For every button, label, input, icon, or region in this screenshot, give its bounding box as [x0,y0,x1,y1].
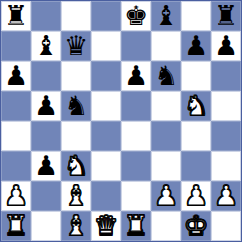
square-a2[interactable]: ♟ [1,181,31,211]
square-b2[interactable] [31,181,61,211]
square-a4[interactable] [1,121,31,151]
square-h4[interactable] [211,121,241,151]
white-rook-piece[interactable]: ♜ [124,212,148,239]
square-e1[interactable]: ♜ [121,211,151,241]
square-a8[interactable]: ♜ [1,1,31,31]
square-c5[interactable]: ♞ [61,91,91,121]
square-d1[interactable]: ♛ [91,211,121,241]
black-pawn-piece[interactable]: ♟ [4,62,28,89]
black-pawn-piece[interactable]: ♟ [214,32,238,59]
square-a3[interactable] [1,151,31,181]
square-g5[interactable]: ♞ [181,91,211,121]
square-d4[interactable] [91,121,121,151]
square-c8[interactable] [61,1,91,31]
square-e6[interactable]: ♟ [121,61,151,91]
square-h5[interactable] [211,91,241,121]
square-f3[interactable] [151,151,181,181]
square-d8[interactable] [91,1,121,31]
white-rook-piece[interactable]: ♜ [4,212,28,239]
square-g8[interactable] [181,1,211,31]
square-e2[interactable] [121,181,151,211]
square-f8[interactable]: ♝ [151,1,181,31]
square-h7[interactable]: ♟ [211,31,241,61]
black-king-piece[interactable]: ♚ [124,2,148,29]
white-knight-piece[interactable]: ♞ [184,92,208,119]
square-h1[interactable] [211,211,241,241]
square-g4[interactable] [181,121,211,151]
square-g6[interactable] [181,61,211,91]
square-a5[interactable] [1,91,31,121]
black-pawn-piece[interactable]: ♟ [34,92,58,119]
square-a1[interactable]: ♜ [1,211,31,241]
square-c2[interactable]: ♝ [61,181,91,211]
square-b1[interactable] [31,211,61,241]
square-d7[interactable] [91,31,121,61]
white-bishop-piece[interactable]: ♝ [64,212,88,239]
square-c6[interactable] [61,61,91,91]
chess-board: ♜♚♝♜♝♛♟♟♟♟♞♟♞♞♟♞♟♝♟♟♟♜♝♛♜♚ [0,0,242,242]
white-pawn-piece[interactable]: ♟ [214,182,238,209]
black-knight-piece[interactable]: ♞ [64,92,88,119]
black-queen-piece[interactable]: ♛ [64,32,88,59]
square-c7[interactable]: ♛ [61,31,91,61]
white-pawn-piece[interactable]: ♟ [4,182,28,209]
black-bishop-piece[interactable]: ♝ [34,32,58,59]
square-h3[interactable] [211,151,241,181]
square-g3[interactable] [181,151,211,181]
black-pawn-piece[interactable]: ♟ [124,62,148,89]
white-king-piece[interactable]: ♚ [184,212,208,239]
square-f7[interactable] [151,31,181,61]
square-b8[interactable] [31,1,61,31]
square-b5[interactable]: ♟ [31,91,61,121]
black-bishop-piece[interactable]: ♝ [154,2,178,29]
black-knight-piece[interactable]: ♞ [154,62,178,89]
square-d5[interactable] [91,91,121,121]
square-e7[interactable] [121,31,151,61]
white-pawn-piece[interactable]: ♟ [184,182,208,209]
square-c3[interactable]: ♞ [61,151,91,181]
square-g1[interactable]: ♚ [181,211,211,241]
square-d3[interactable] [91,151,121,181]
black-pawn-piece[interactable]: ♟ [34,152,58,179]
square-h8[interactable]: ♜ [211,1,241,31]
square-c4[interactable] [61,121,91,151]
square-b4[interactable] [31,121,61,151]
square-b7[interactable]: ♝ [31,31,61,61]
white-knight-piece[interactable]: ♞ [64,152,88,179]
white-pawn-piece[interactable]: ♟ [154,182,178,209]
square-d2[interactable] [91,181,121,211]
square-f2[interactable]: ♟ [151,181,181,211]
black-pawn-piece[interactable]: ♟ [184,32,208,59]
square-b6[interactable] [31,61,61,91]
black-rook-piece[interactable]: ♜ [214,2,238,29]
square-e8[interactable]: ♚ [121,1,151,31]
square-e3[interactable] [121,151,151,181]
square-c1[interactable]: ♝ [61,211,91,241]
square-f4[interactable] [151,121,181,151]
square-f1[interactable] [151,211,181,241]
black-rook-piece[interactable]: ♜ [4,2,28,29]
square-h2[interactable]: ♟ [211,181,241,211]
square-d6[interactable] [91,61,121,91]
square-f5[interactable] [151,91,181,121]
square-a6[interactable]: ♟ [1,61,31,91]
square-g7[interactable]: ♟ [181,31,211,61]
square-h6[interactable] [211,61,241,91]
white-bishop-piece[interactable]: ♝ [64,182,88,209]
square-g2[interactable]: ♟ [181,181,211,211]
white-queen-piece[interactable]: ♛ [94,212,118,239]
square-f6[interactable]: ♞ [151,61,181,91]
square-a7[interactable] [1,31,31,61]
square-e4[interactable] [121,121,151,151]
square-e5[interactable] [121,91,151,121]
square-b3[interactable]: ♟ [31,151,61,181]
